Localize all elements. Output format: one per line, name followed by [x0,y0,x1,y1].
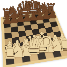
perspective-container: ♜♞♝♛♚♝♞♜♟♟♟♟♟♟♟♟♟♟♟♟♟♟♟♟♜♞♝♛♚♝♞♜ [2,4,64,66]
piece-white-rook: ♜ [2,44,18,62]
chess-board-frame: ♜♞♝♛♚♝♞♜♟♟♟♟♟♟♟♟♟♟♟♟♟♟♟♟♜♞♝♛♚♝♞♜ [1,11,67,67]
square-a1: ♜ [6,57,15,65]
chess-board: ♜♞♝♛♚♝♞♜♟♟♟♟♟♟♟♟♟♟♟♟♟♟♟♟♜♞♝♛♚♝♞♜ [4,13,67,65]
piece-black-pawn: ♟ [2,13,13,26]
chess-set-photo: ♜♞♝♛♚♝♞♜♟♟♟♟♟♟♟♟♟♟♟♟♟♟♟♟♜♞♝♛♚♝♞♜ [0,0,67,67]
